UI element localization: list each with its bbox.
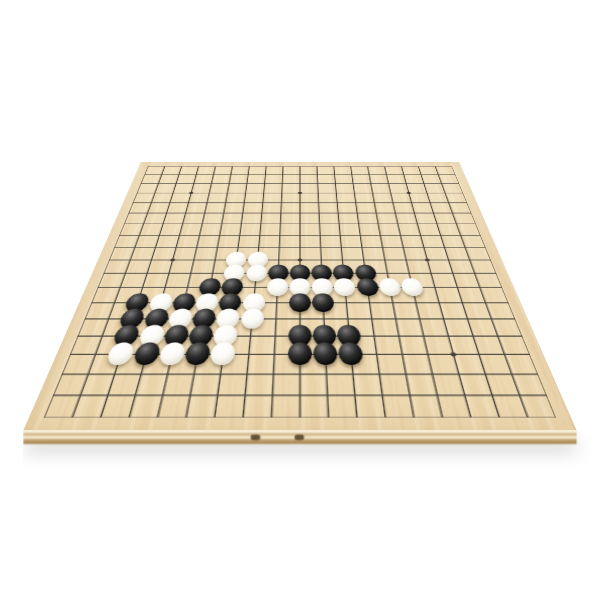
white-stone bbox=[147, 293, 174, 312]
black-stone bbox=[288, 343, 313, 366]
white-stone bbox=[247, 252, 268, 268]
white-stone bbox=[245, 265, 267, 282]
board-grid bbox=[44, 166, 557, 418]
star-point bbox=[297, 352, 303, 356]
white-stone bbox=[312, 278, 334, 296]
white-stone bbox=[240, 308, 264, 328]
white-stone bbox=[334, 278, 357, 296]
black-stone bbox=[191, 308, 217, 328]
black-stone bbox=[313, 343, 338, 366]
black-stone bbox=[112, 325, 142, 346]
black-stone bbox=[124, 293, 152, 312]
black-stone bbox=[142, 308, 170, 328]
product-photo-go-board bbox=[0, 0, 600, 600]
white-stone bbox=[225, 252, 247, 268]
star-point bbox=[143, 352, 150, 356]
black-stone bbox=[171, 293, 197, 312]
black-stone bbox=[354, 265, 377, 282]
white-stone bbox=[378, 278, 402, 296]
black-stone bbox=[118, 308, 147, 328]
black-stone bbox=[333, 265, 355, 282]
black-stone bbox=[187, 325, 214, 346]
white-stone bbox=[289, 278, 311, 296]
board-front-edge bbox=[23, 430, 576, 444]
white-stone bbox=[242, 293, 266, 312]
star-point bbox=[298, 259, 303, 262]
hinge-mark bbox=[294, 434, 304, 439]
white-stone bbox=[137, 325, 166, 346]
black-stone bbox=[267, 265, 288, 282]
black-stone bbox=[131, 343, 161, 366]
star-point bbox=[450, 352, 457, 356]
black-stone bbox=[312, 293, 335, 312]
black-stone bbox=[311, 265, 332, 282]
star-point bbox=[406, 192, 411, 194]
black-stone bbox=[337, 325, 362, 346]
black-stone bbox=[183, 343, 211, 366]
black-stone bbox=[198, 278, 222, 296]
white-stone bbox=[400, 278, 425, 296]
hinge-mark bbox=[250, 434, 260, 439]
black-stone bbox=[338, 343, 364, 366]
black-stone bbox=[289, 293, 311, 312]
white-stone bbox=[223, 265, 246, 282]
black-stone bbox=[313, 325, 337, 346]
board-scene bbox=[0, 0, 600, 600]
go-board bbox=[23, 162, 576, 430]
black-stone bbox=[218, 293, 242, 312]
star-point bbox=[170, 259, 176, 262]
star-point bbox=[298, 192, 302, 194]
white-stone bbox=[157, 343, 186, 366]
white-stone bbox=[215, 308, 240, 328]
white-stone bbox=[213, 325, 239, 346]
black-stone bbox=[290, 265, 311, 282]
white-stone bbox=[194, 293, 219, 312]
grid-lines bbox=[44, 166, 557, 418]
black-stone bbox=[288, 325, 312, 346]
white-stone bbox=[167, 308, 194, 328]
black-stone bbox=[162, 325, 190, 346]
star-point bbox=[425, 259, 431, 262]
black-stone bbox=[356, 278, 380, 296]
white-stone bbox=[266, 278, 288, 296]
white-stone bbox=[209, 343, 236, 366]
black-stone bbox=[221, 278, 245, 296]
star-point bbox=[189, 192, 194, 194]
white-stone bbox=[105, 343, 136, 366]
